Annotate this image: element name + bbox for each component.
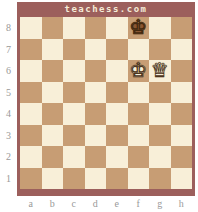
square-c1[interactable] [63, 168, 85, 190]
file-labels: abcdefgh [20, 198, 192, 210]
square-f5[interactable] [128, 82, 150, 104]
chess-diagram-page: 87654321 teachess.com ♚♚♛ abcdefgh [0, 0, 198, 212]
square-h1[interactable] [171, 168, 193, 190]
square-c8[interactable] [63, 17, 85, 39]
square-b6[interactable] [42, 60, 64, 82]
square-f8[interactable]: ♚ [128, 17, 150, 39]
file-label-c: c [63, 198, 85, 210]
square-f1[interactable] [128, 168, 150, 190]
square-d8[interactable] [85, 17, 107, 39]
square-e3[interactable] [106, 125, 128, 147]
square-f3[interactable] [128, 125, 150, 147]
square-a2[interactable] [20, 146, 42, 168]
square-f7[interactable] [128, 39, 150, 61]
square-b7[interactable] [42, 39, 64, 61]
square-b1[interactable] [42, 168, 64, 190]
rank-label-1: 1 [0, 168, 17, 190]
square-h4[interactable] [171, 103, 193, 125]
square-a3[interactable] [20, 125, 42, 147]
square-f6[interactable]: ♚ [128, 60, 150, 82]
file-label-h: h [171, 198, 193, 210]
square-h2[interactable] [171, 146, 193, 168]
black-king[interactable]: ♚ [128, 17, 150, 39]
square-e2[interactable] [106, 146, 128, 168]
square-d5[interactable] [85, 82, 107, 104]
square-f2[interactable] [128, 146, 150, 168]
rank-label-8: 8 [0, 17, 17, 39]
square-h5[interactable] [171, 82, 193, 104]
square-g6[interactable]: ♛ [149, 60, 171, 82]
square-g4[interactable] [149, 103, 171, 125]
square-h6[interactable] [171, 60, 193, 82]
square-g7[interactable] [149, 39, 171, 61]
square-d3[interactable] [85, 125, 107, 147]
square-e6[interactable] [106, 60, 128, 82]
square-e4[interactable] [106, 103, 128, 125]
square-b4[interactable] [42, 103, 64, 125]
file-label-g: g [149, 198, 171, 210]
square-c4[interactable] [63, 103, 85, 125]
square-h3[interactable] [171, 125, 193, 147]
square-c5[interactable] [63, 82, 85, 104]
rank-label-2: 2 [0, 146, 17, 168]
board-frame: teachess.com ♚♚♛ [17, 2, 195, 196]
square-a7[interactable] [20, 39, 42, 61]
square-g5[interactable] [149, 82, 171, 104]
rank-label-3: 3 [0, 125, 17, 147]
square-h8[interactable] [171, 17, 193, 39]
square-g8[interactable] [149, 17, 171, 39]
square-c6[interactable] [63, 60, 85, 82]
rank-label-6: 6 [0, 60, 17, 82]
chess-board: ♚♚♛ [20, 17, 192, 189]
square-d2[interactable] [85, 146, 107, 168]
square-d1[interactable] [85, 168, 107, 190]
square-b3[interactable] [42, 125, 64, 147]
square-d4[interactable] [85, 103, 107, 125]
square-g3[interactable] [149, 125, 171, 147]
square-c3[interactable] [63, 125, 85, 147]
rank-label-4: 4 [0, 103, 17, 125]
square-e5[interactable] [106, 82, 128, 104]
site-title: teachess.com [20, 2, 192, 17]
file-label-b: b [42, 198, 64, 210]
square-a6[interactable] [20, 60, 42, 82]
square-a5[interactable] [20, 82, 42, 104]
square-g2[interactable] [149, 146, 171, 168]
square-b8[interactable] [42, 17, 64, 39]
square-e7[interactable] [106, 39, 128, 61]
square-c7[interactable] [63, 39, 85, 61]
file-label-e: e [106, 198, 128, 210]
file-label-d: d [85, 198, 107, 210]
file-label-a: a [20, 198, 42, 210]
white-queen[interactable]: ♛ [149, 60, 171, 82]
white-king[interactable]: ♚ [128, 60, 150, 82]
square-b2[interactable] [42, 146, 64, 168]
rank-label-5: 5 [0, 82, 17, 104]
square-e8[interactable] [106, 17, 128, 39]
square-a4[interactable] [20, 103, 42, 125]
square-d6[interactable] [85, 60, 107, 82]
square-h7[interactable] [171, 39, 193, 61]
file-label-f: f [128, 198, 150, 210]
square-c2[interactable] [63, 146, 85, 168]
square-a1[interactable] [20, 168, 42, 190]
rank-labels: 87654321 [0, 17, 17, 189]
square-e1[interactable] [106, 168, 128, 190]
square-b5[interactable] [42, 82, 64, 104]
square-f4[interactable] [128, 103, 150, 125]
square-d7[interactable] [85, 39, 107, 61]
square-a8[interactable] [20, 17, 42, 39]
rank-label-7: 7 [0, 39, 17, 61]
square-g1[interactable] [149, 168, 171, 190]
